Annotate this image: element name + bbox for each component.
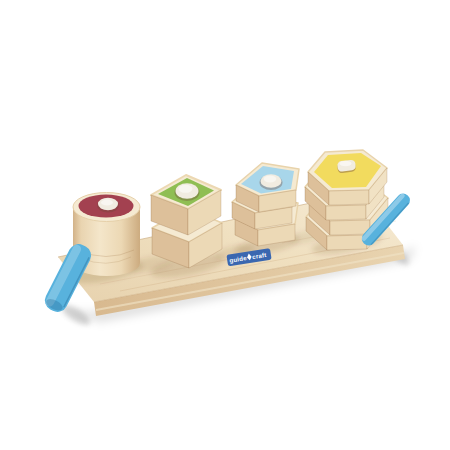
- product-photo: guide craft: [0, 0, 450, 450]
- peg-highlight: [179, 185, 193, 193]
- stack-pentagon: [232, 163, 299, 246]
- peg-highlight: [264, 176, 277, 183]
- stack-square: [151, 175, 222, 268]
- toy-illustration: guide craft: [0, 0, 450, 450]
- peg-highlight: [340, 161, 352, 167]
- peg-highlight: [101, 200, 113, 206]
